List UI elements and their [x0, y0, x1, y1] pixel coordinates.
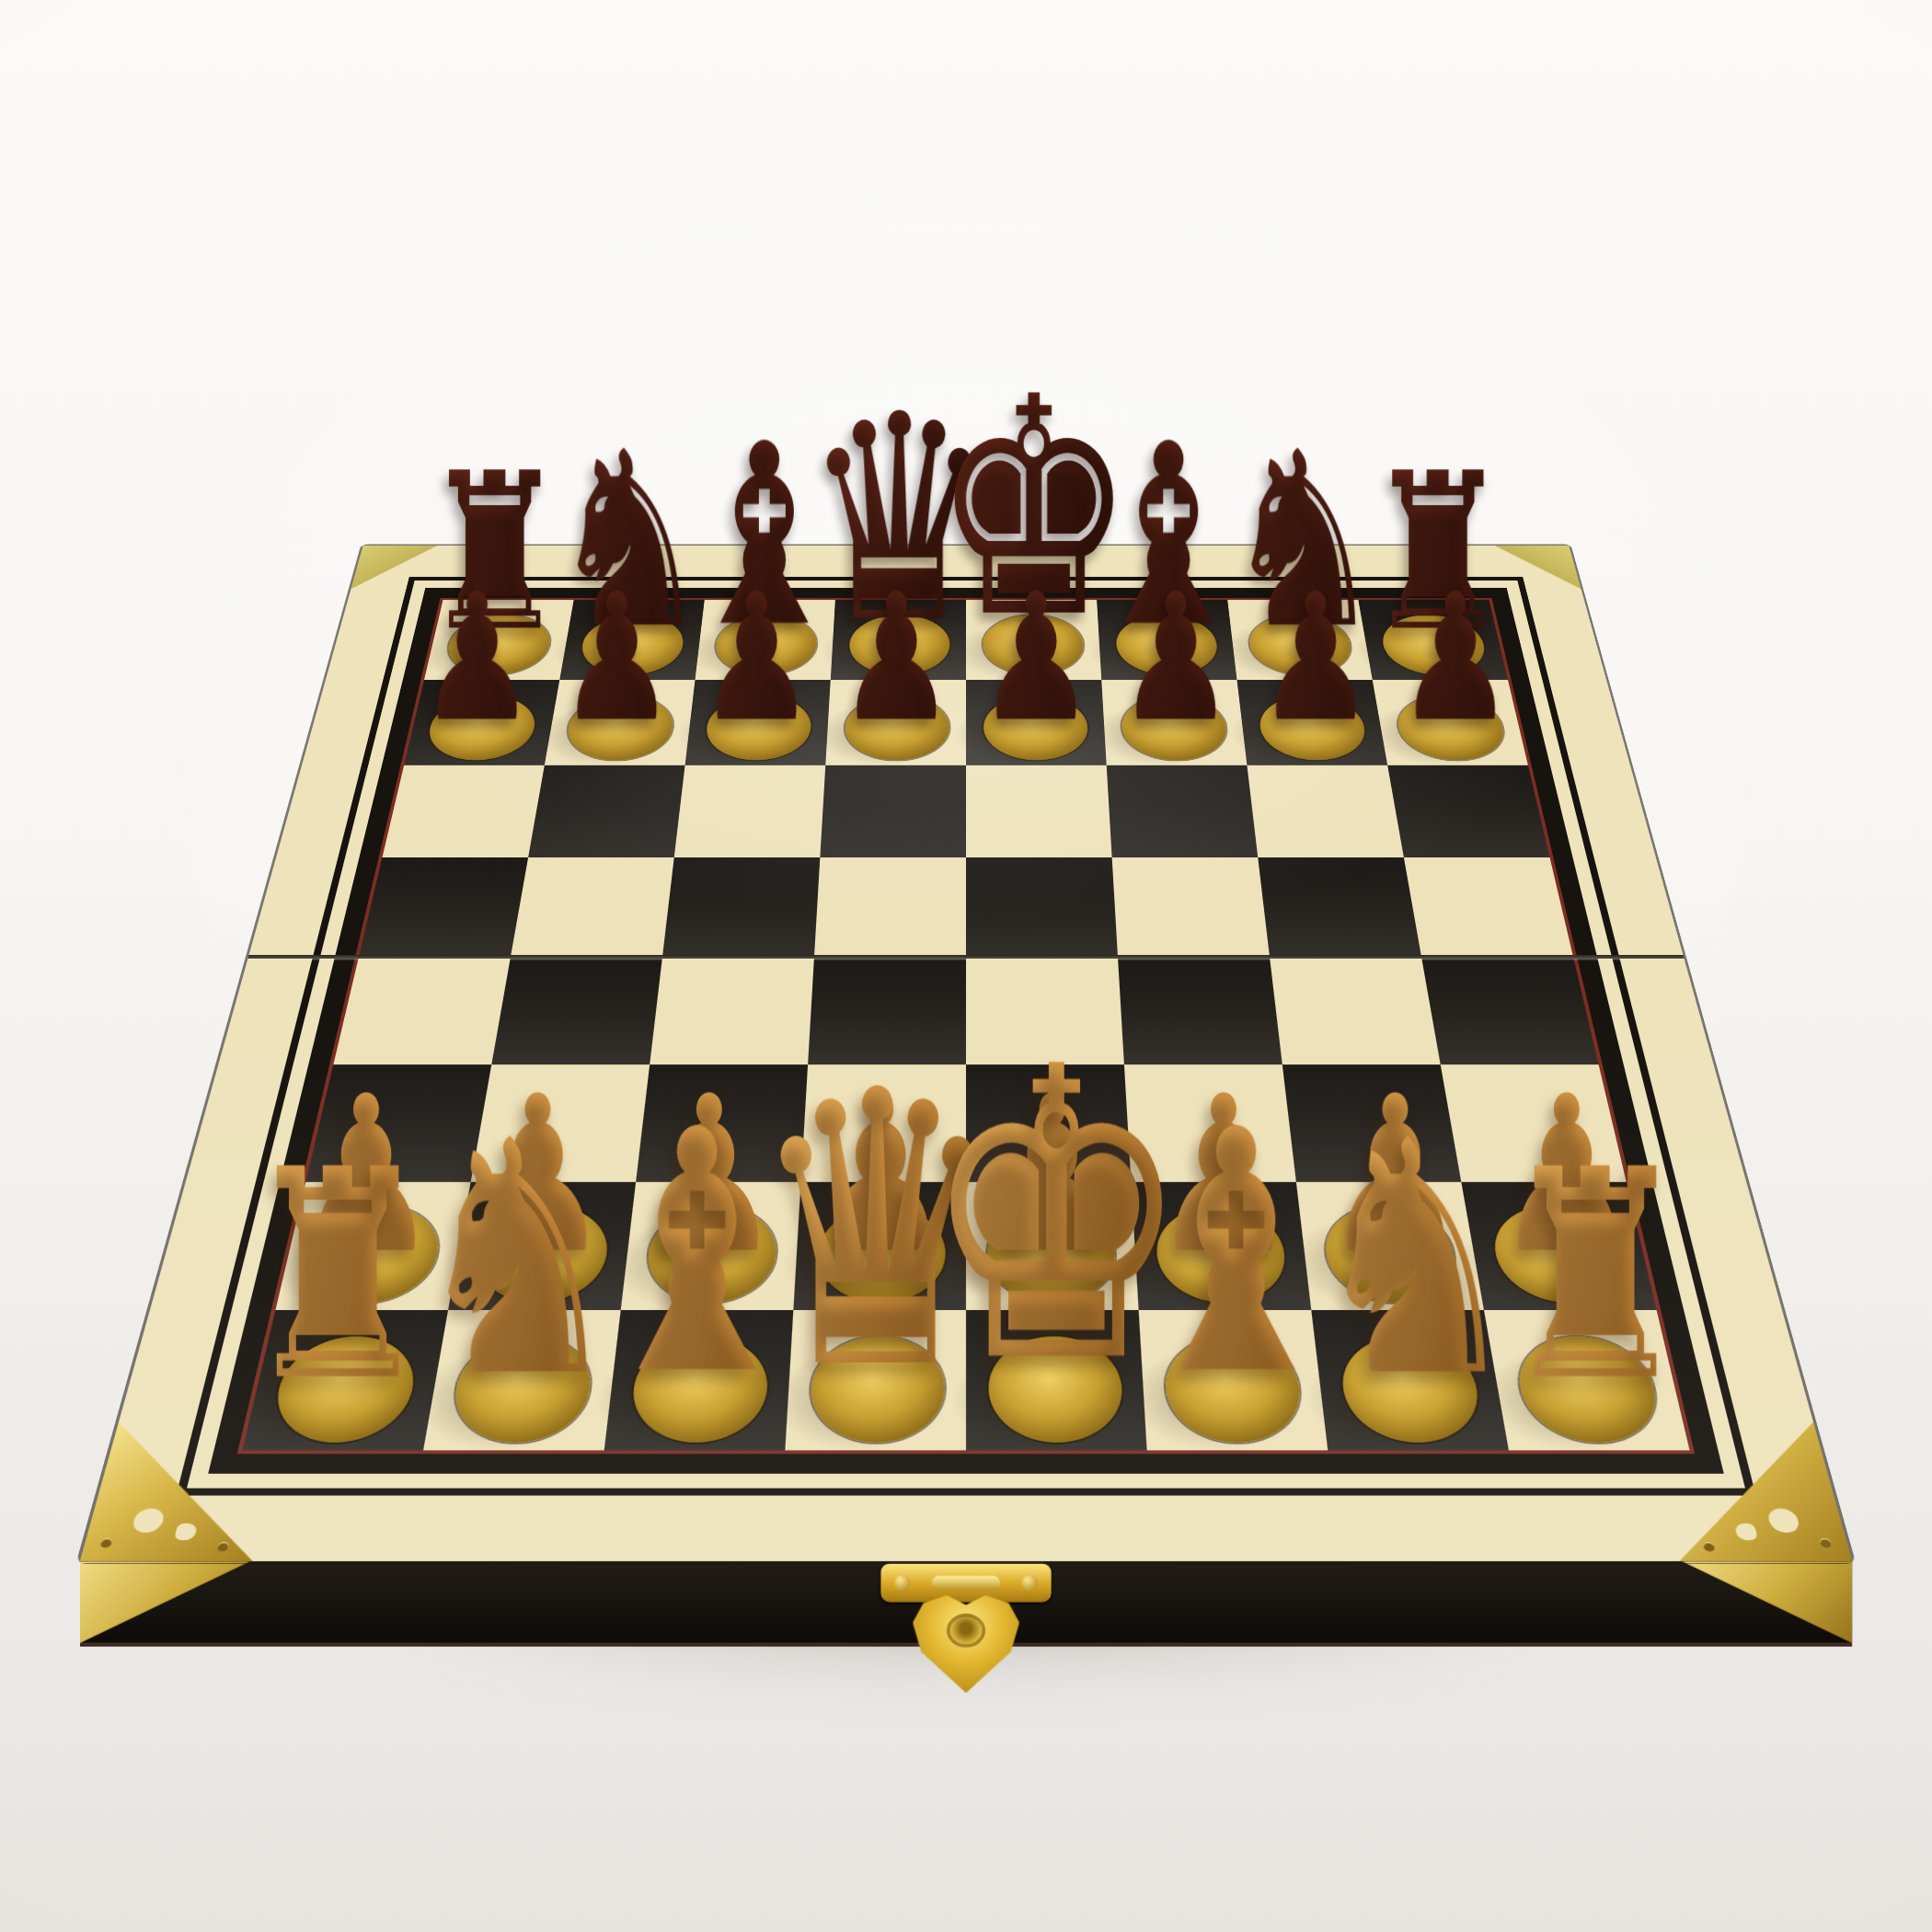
square-d6	[820, 765, 966, 857]
square-a5	[359, 857, 528, 957]
clasp-hinge-barrel	[932, 1576, 1000, 1591]
square-c8	[696, 600, 835, 679]
brass-wrap-right	[1682, 1561, 1852, 1643]
chess-set-photo: ♜♞♝♛♚♝♞♜♟♟♟♟♟♟♟♟♟♟♟♟♟♟♟♟♜♞♝♛♚♝♞♜	[0, 0, 1932, 1932]
square-f7	[1101, 680, 1247, 765]
square-e8	[966, 600, 1101, 679]
square-g8	[1227, 600, 1372, 679]
square-c7	[685, 680, 831, 765]
square-f5	[1112, 857, 1270, 957]
square-b8	[559, 600, 704, 679]
box-front-side	[80, 1561, 1852, 1647]
square-d7	[825, 680, 966, 765]
square-a8	[424, 600, 574, 679]
chess-board-box: ♜♞♝♛♚♝♞♜♟♟♟♟♟♟♟♟♟♟♟♟♟♟♟♟♜♞♝♛♚♝♞♜	[80, 546, 1852, 1561]
square-b5	[511, 857, 674, 957]
square-a7	[404, 680, 559, 765]
clasp-screw-icon	[1022, 1575, 1038, 1591]
square-d8	[831, 600, 966, 679]
square-f6	[1107, 765, 1259, 857]
square-h8	[1358, 600, 1508, 679]
square-c5	[662, 857, 820, 957]
clasp-boss	[947, 1614, 985, 1648]
square-e5	[966, 857, 1118, 957]
square-b6	[528, 765, 684, 857]
square-a6	[383, 765, 545, 857]
square-d5	[814, 857, 966, 957]
square-c6	[674, 765, 826, 857]
clasp-plate	[880, 1563, 1051, 1602]
square-g7	[1236, 680, 1387, 765]
square-g5	[1258, 857, 1421, 957]
clasp-screw-icon	[894, 1575, 910, 1591]
brass-wrap-left	[80, 1561, 250, 1643]
square-h5	[1404, 857, 1573, 957]
square-h6	[1387, 765, 1549, 857]
square-g6	[1247, 765, 1403, 857]
piece-white-rook-h1: ♜	[1409, 1134, 1779, 1428]
square-b7	[545, 680, 696, 765]
square-e7	[966, 680, 1107, 765]
clasp-hasp	[913, 1595, 1019, 1693]
square-f8	[1097, 600, 1236, 679]
square-h7	[1373, 680, 1528, 765]
square-e6	[966, 765, 1112, 857]
